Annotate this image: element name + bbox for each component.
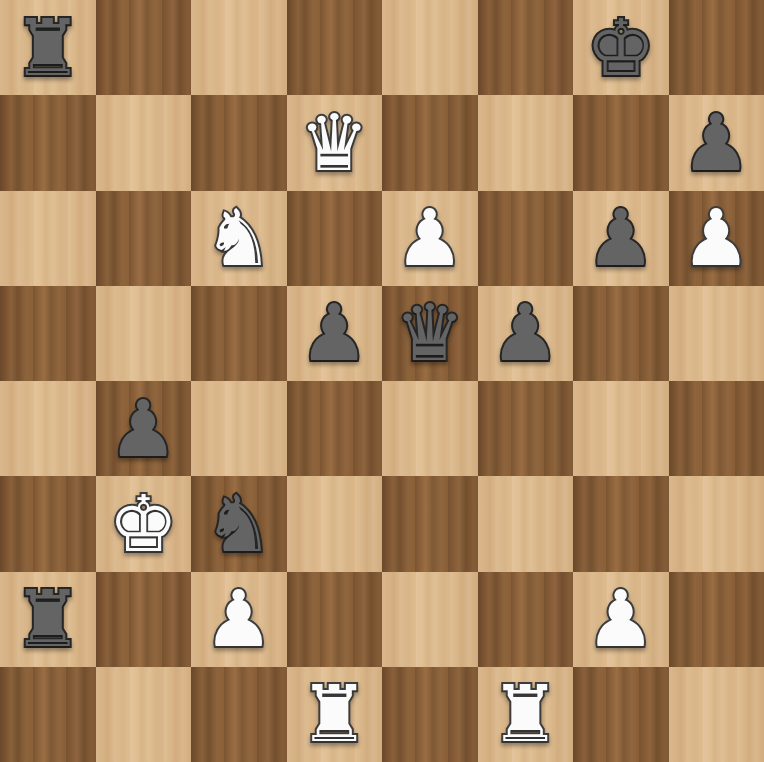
piece-black-rook-a8[interactable]: ♜ — [13, 9, 83, 87]
square-a4[interactable] — [0, 381, 96, 476]
square-d5[interactable]: ♟ — [287, 286, 383, 381]
square-c5[interactable] — [191, 286, 287, 381]
piece-white-pawn-c2[interactable]: ♟ — [204, 580, 274, 658]
piece-black-rook-a2[interactable]: ♜ — [13, 580, 83, 658]
square-c7[interactable] — [191, 95, 287, 190]
square-d4[interactable] — [287, 381, 383, 476]
square-e2[interactable] — [382, 572, 478, 667]
square-b6[interactable] — [96, 191, 192, 286]
piece-white-queen-d7[interactable]: ♛ — [299, 104, 369, 182]
square-a8[interactable]: ♜ — [0, 0, 96, 95]
square-h5[interactable] — [669, 286, 764, 381]
square-g4[interactable] — [573, 381, 669, 476]
square-f2[interactable] — [478, 572, 574, 667]
square-c6[interactable]: ♞ — [191, 191, 287, 286]
square-f4[interactable] — [478, 381, 574, 476]
square-d3[interactable] — [287, 476, 383, 571]
square-a7[interactable] — [0, 95, 96, 190]
square-g8[interactable]: ♚ — [573, 0, 669, 95]
square-f7[interactable] — [478, 95, 574, 190]
piece-black-queen-e5[interactable]: ♛ — [395, 294, 465, 372]
square-a6[interactable] — [0, 191, 96, 286]
piece-white-rook-f1[interactable]: ♜ — [490, 675, 560, 753]
square-g2[interactable]: ♟ — [573, 572, 669, 667]
square-c2[interactable]: ♟ — [191, 572, 287, 667]
square-h2[interactable] — [669, 572, 764, 667]
square-e7[interactable] — [382, 95, 478, 190]
square-e8[interactable] — [382, 0, 478, 95]
square-f5[interactable]: ♟ — [478, 286, 574, 381]
square-a5[interactable] — [0, 286, 96, 381]
square-b4[interactable]: ♟ — [96, 381, 192, 476]
square-f3[interactable] — [478, 476, 574, 571]
square-b2[interactable] — [96, 572, 192, 667]
square-d2[interactable] — [287, 572, 383, 667]
piece-black-pawn-h7[interactable]: ♟ — [681, 104, 751, 182]
square-b8[interactable] — [96, 0, 192, 95]
piece-white-knight-c6[interactable]: ♞ — [204, 199, 274, 277]
piece-black-pawn-g6[interactable]: ♟ — [586, 199, 656, 277]
square-h8[interactable] — [669, 0, 764, 95]
square-c3[interactable]: ♞ — [191, 476, 287, 571]
square-a3[interactable] — [0, 476, 96, 571]
piece-black-king-g8[interactable]: ♚ — [586, 9, 656, 87]
square-c1[interactable] — [191, 667, 287, 762]
square-c8[interactable] — [191, 0, 287, 95]
chess-board: ♜♚♛♟♞♟♟♟♟♛♟♟♚♞♜♟♟♜♜ — [0, 0, 764, 762]
square-b5[interactable] — [96, 286, 192, 381]
piece-black-pawn-b4[interactable]: ♟ — [108, 390, 178, 468]
piece-black-pawn-f5[interactable]: ♟ — [490, 294, 560, 372]
square-e1[interactable] — [382, 667, 478, 762]
square-e5[interactable]: ♛ — [382, 286, 478, 381]
square-g5[interactable] — [573, 286, 669, 381]
square-d8[interactable] — [287, 0, 383, 95]
piece-white-pawn-g2[interactable]: ♟ — [586, 580, 656, 658]
square-c4[interactable] — [191, 381, 287, 476]
square-e3[interactable] — [382, 476, 478, 571]
square-b1[interactable] — [96, 667, 192, 762]
square-h7[interactable]: ♟ — [669, 95, 764, 190]
square-f1[interactable]: ♜ — [478, 667, 574, 762]
square-f8[interactable] — [478, 0, 574, 95]
square-b7[interactable] — [96, 95, 192, 190]
square-a2[interactable]: ♜ — [0, 572, 96, 667]
piece-white-pawn-h6[interactable]: ♟ — [681, 199, 751, 277]
square-a1[interactable] — [0, 667, 96, 762]
piece-black-knight-c3[interactable]: ♞ — [204, 485, 274, 563]
square-h4[interactable] — [669, 381, 764, 476]
square-h3[interactable] — [669, 476, 764, 571]
piece-white-rook-d1[interactable]: ♜ — [299, 675, 369, 753]
piece-white-pawn-e6[interactable]: ♟ — [395, 199, 465, 277]
square-d6[interactable] — [287, 191, 383, 286]
square-e6[interactable]: ♟ — [382, 191, 478, 286]
piece-white-king-b3[interactable]: ♚ — [108, 485, 178, 563]
square-g3[interactable] — [573, 476, 669, 571]
square-g7[interactable] — [573, 95, 669, 190]
square-d1[interactable]: ♜ — [287, 667, 383, 762]
square-g1[interactable] — [573, 667, 669, 762]
square-b3[interactable]: ♚ — [96, 476, 192, 571]
square-e4[interactable] — [382, 381, 478, 476]
square-h1[interactable] — [669, 667, 764, 762]
piece-black-pawn-d5[interactable]: ♟ — [299, 294, 369, 372]
square-h6[interactable]: ♟ — [669, 191, 764, 286]
square-g6[interactable]: ♟ — [573, 191, 669, 286]
square-d7[interactable]: ♛ — [287, 95, 383, 190]
square-f6[interactable] — [478, 191, 574, 286]
